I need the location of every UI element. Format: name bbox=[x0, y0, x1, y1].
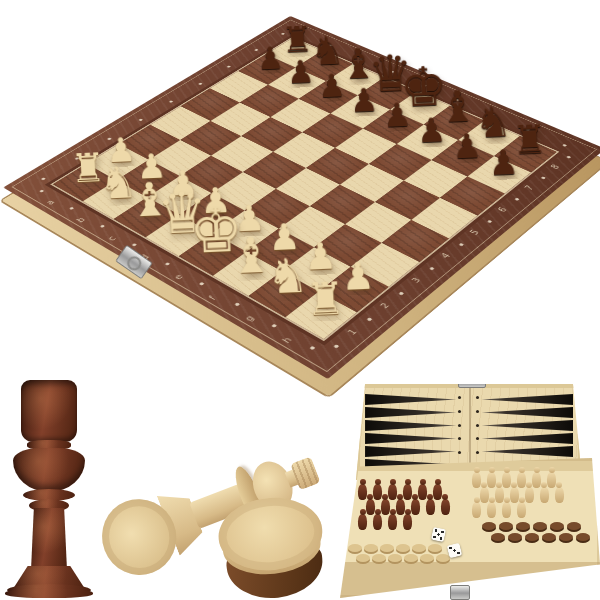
inlay-dot bbox=[198, 82, 203, 85]
inlay-dot bbox=[226, 65, 231, 68]
stored-chess-piece bbox=[396, 499, 405, 515]
stored-chess-piece bbox=[381, 499, 390, 515]
stored-checker bbox=[516, 522, 530, 530]
stored-chess-piece bbox=[472, 502, 481, 518]
black-pawn-f7: ♟ bbox=[416, 113, 446, 147]
black-pawn-c7: ♟ bbox=[317, 69, 346, 102]
inlay-dot bbox=[41, 177, 46, 180]
stored-chess-piece bbox=[418, 484, 427, 500]
inlay-dot bbox=[165, 262, 171, 266]
stored-checker bbox=[396, 544, 410, 552]
stored-chess-piece bbox=[358, 514, 367, 530]
stored-chess-piece bbox=[480, 487, 489, 503]
stored-checker bbox=[436, 554, 450, 562]
file-label-g: g bbox=[243, 314, 257, 323]
stored-chess-piece bbox=[532, 472, 541, 488]
box-hinge bbox=[458, 377, 486, 388]
box-clasp bbox=[450, 585, 470, 600]
backgammon-points-right bbox=[476, 394, 573, 470]
inlay-dot bbox=[366, 317, 372, 321]
lid-dot-column-left bbox=[458, 396, 462, 468]
black-pawn-g7: ♟ bbox=[451, 128, 482, 163]
lid-dot bbox=[458, 451, 461, 454]
inlay-dot bbox=[132, 243, 138, 247]
stored-checker bbox=[499, 522, 513, 530]
lid-dot bbox=[476, 437, 479, 440]
black-pawn-e7: ♟ bbox=[382, 98, 412, 132]
stored-chess-piece bbox=[388, 484, 397, 500]
inlay-dot bbox=[199, 282, 205, 286]
dark-piece-photo bbox=[4, 376, 96, 598]
open-box-photo bbox=[332, 372, 600, 600]
lid-dot bbox=[458, 410, 461, 413]
stored-chess-piece bbox=[525, 487, 534, 503]
chess-board-wrapper: ♜♟♟♜♞♟♟♞♝♟♟♝♛♟♟♛♚♟♟♚♝♟♟♝♞♟♟♞♜♟♟♜ abcdefg… bbox=[77, 0, 536, 397]
stored-chess-piece bbox=[487, 502, 496, 518]
rank-label-4: 4 bbox=[439, 252, 452, 260]
file-label-a: a bbox=[45, 199, 57, 206]
stored-chess-piece bbox=[540, 487, 549, 503]
stored-chess-piece bbox=[472, 472, 481, 488]
inlay-dot bbox=[514, 198, 520, 201]
backgammon-point bbox=[365, 407, 456, 418]
stored-chess-piece bbox=[426, 499, 435, 515]
stored-checker bbox=[380, 544, 394, 552]
stored-chess-piece bbox=[433, 484, 442, 500]
stored-checker bbox=[576, 533, 590, 541]
backgammon-point bbox=[365, 420, 456, 431]
stored-chess-piece bbox=[517, 472, 526, 488]
inlay-dot bbox=[138, 118, 143, 121]
stored-checker bbox=[567, 522, 581, 530]
inlay-dot bbox=[333, 344, 339, 348]
lid-dot-column-right bbox=[476, 396, 480, 468]
lid-dot bbox=[476, 424, 479, 427]
backgammon-point bbox=[482, 433, 573, 444]
stored-chess-piece bbox=[403, 484, 412, 500]
stored-checker bbox=[559, 533, 573, 541]
black-pawn-h7: ♟ bbox=[487, 144, 518, 179]
inlay-dot bbox=[69, 207, 75, 210]
lid-dot bbox=[476, 410, 479, 413]
backgammon-point bbox=[482, 394, 573, 405]
rank-label-1: 1 bbox=[345, 327, 359, 336]
rank-label-6: 6 bbox=[496, 206, 509, 213]
inlay-dot bbox=[487, 220, 493, 224]
white-knight-g1: ♞ bbox=[265, 252, 309, 301]
stored-chess-piece bbox=[358, 484, 367, 500]
lid-dot bbox=[476, 396, 479, 399]
stored-checker bbox=[412, 544, 426, 552]
inlay-dot bbox=[566, 156, 571, 159]
stored-checker bbox=[388, 554, 402, 562]
lid-dot bbox=[458, 396, 461, 399]
chess-board-grid: ♜♟♟♜♞♟♟♞♝♟♟♝♛♟♟♛♚♟♟♚♝♟♟♝♞♟♟♞♜♟♟♜ bbox=[53, 38, 557, 339]
backgammon-point bbox=[365, 394, 456, 405]
stored-chess-piece bbox=[366, 499, 375, 515]
stored-chess-piece bbox=[388, 514, 397, 530]
stored-chess-piece bbox=[502, 472, 511, 488]
stored-checker bbox=[550, 522, 564, 530]
file-label-c: c bbox=[106, 235, 118, 242]
box-base-storage bbox=[332, 458, 600, 598]
stored-chess-piece bbox=[517, 502, 526, 518]
stored-chess-piece bbox=[373, 484, 382, 500]
stored-checker bbox=[364, 544, 378, 552]
stored-checker bbox=[482, 522, 496, 530]
stored-chess-piece bbox=[502, 502, 511, 518]
rank-label-8: 8 bbox=[549, 163, 562, 170]
square-f7: ♟ bbox=[397, 125, 459, 160]
inlay-dot bbox=[100, 225, 106, 229]
stored-checker bbox=[372, 554, 386, 562]
file-label-b: b bbox=[75, 216, 87, 223]
stored-checker bbox=[356, 554, 370, 562]
inlay-dot bbox=[562, 144, 567, 147]
stored-chess-piece bbox=[547, 472, 556, 488]
lid-dot bbox=[458, 437, 461, 440]
backgammon-point bbox=[365, 446, 456, 457]
file-label-f: f bbox=[207, 294, 218, 301]
inlay-dot bbox=[398, 291, 404, 295]
stored-checker bbox=[542, 533, 556, 541]
die-1 bbox=[431, 527, 446, 542]
dark-piece-head bbox=[21, 380, 77, 442]
chess-board: ♜♟♟♜♞♟♟♞♝♟♟♝♛♟♟♛♚♟♟♚♝♟♟♝♞♟♟♞♜♟♟♜ abcdefg… bbox=[3, 16, 600, 379]
inlay-dot bbox=[271, 324, 277, 328]
inlay-dot bbox=[541, 176, 547, 179]
product-photo-main: ♜♟♟♜♞♟♟♞♝♟♟♝♛♟♟♛♚♟♟♚♝♟♟♝♞♟♟♞♜♟♟♜ abcdefg… bbox=[0, 0, 600, 380]
stored-checker bbox=[508, 533, 522, 541]
white-rook-h1: ♜ bbox=[304, 275, 345, 322]
stored-chess-piece bbox=[510, 487, 519, 503]
rank-label-7: 7 bbox=[523, 184, 536, 191]
stored-checker bbox=[348, 544, 362, 552]
black-pawn-b7: ♟ bbox=[286, 55, 315, 87]
stored-chess-piece bbox=[373, 514, 382, 530]
black-pawn-d7: ♟ bbox=[349, 83, 379, 116]
inlay-dot bbox=[429, 267, 435, 271]
stored-chess-piece bbox=[555, 487, 564, 503]
dark-piece-collar bbox=[13, 448, 85, 492]
stored-chess-piece bbox=[411, 499, 420, 515]
inlay-dot bbox=[459, 243, 465, 247]
rank-label-5: 5 bbox=[468, 228, 481, 236]
stored-chess-piece bbox=[495, 487, 504, 503]
inlay-dot bbox=[234, 302, 240, 306]
lid-dot bbox=[476, 451, 479, 454]
square-e6 bbox=[335, 128, 397, 164]
checkers-stack-photo bbox=[211, 492, 333, 600]
stored-checker bbox=[420, 554, 434, 562]
rank-label-2: 2 bbox=[378, 301, 392, 310]
white-pawn-h2: ♟ bbox=[340, 256, 375, 295]
stored-chess-piece bbox=[441, 499, 450, 515]
backgammon-point bbox=[365, 433, 456, 444]
lid-dot bbox=[458, 424, 461, 427]
stored-checker bbox=[491, 533, 505, 541]
stored-chess-piece bbox=[403, 514, 412, 530]
inlay-dot bbox=[309, 346, 315, 350]
backgammon-point bbox=[482, 407, 573, 418]
black-pawn-a7: ♟ bbox=[256, 42, 284, 74]
backgammon-point bbox=[482, 446, 573, 457]
dark-piece-stem bbox=[31, 508, 67, 570]
stored-checker bbox=[404, 554, 418, 562]
inlay-dot bbox=[39, 189, 45, 192]
backgammon-point bbox=[482, 420, 573, 431]
file-label-h: h bbox=[280, 336, 294, 345]
backgammon-points-left bbox=[365, 394, 462, 470]
stored-checker bbox=[525, 533, 539, 541]
dark-piece-base bbox=[5, 588, 93, 598]
file-label-e: e bbox=[172, 273, 185, 281]
rank-label-3: 3 bbox=[409, 276, 423, 284]
die-2 bbox=[447, 543, 463, 559]
stored-chess-piece bbox=[487, 472, 496, 488]
stored-checker bbox=[428, 544, 442, 552]
inlay-dot bbox=[169, 100, 174, 103]
stored-checker bbox=[533, 522, 547, 530]
